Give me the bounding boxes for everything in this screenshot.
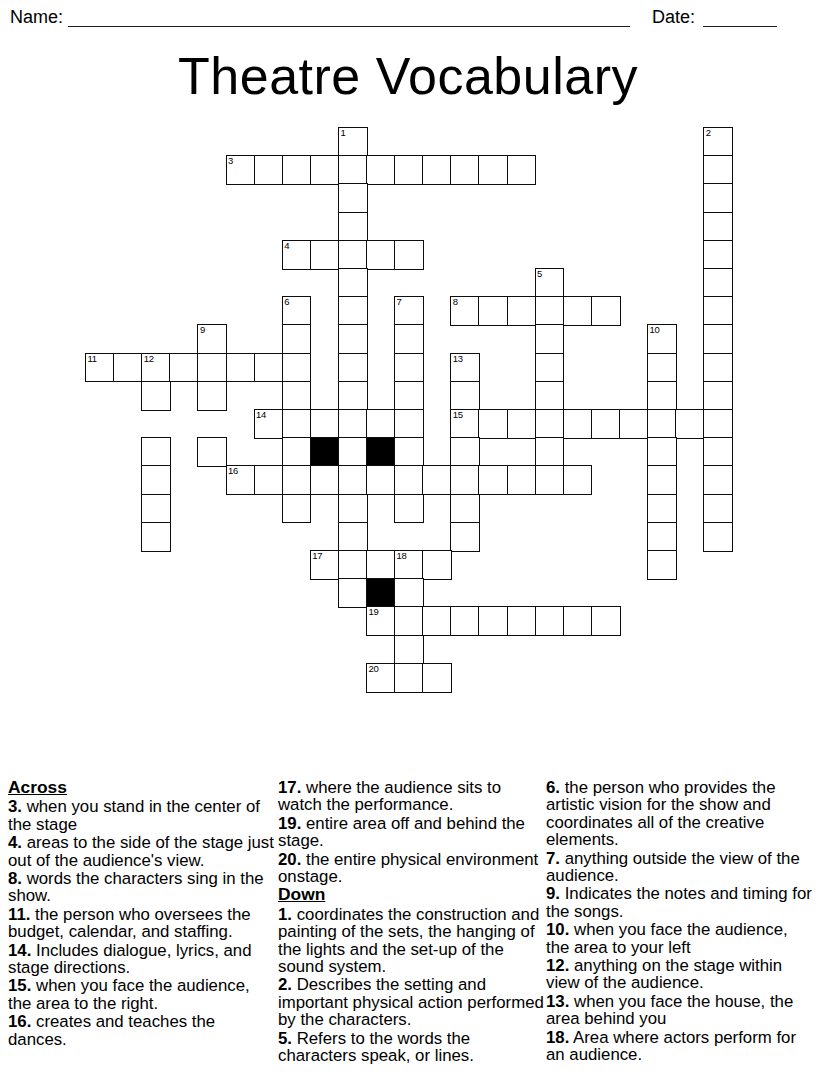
cell-number-11: 11 (88, 354, 97, 364)
cell-number-5: 5 (537, 269, 542, 279)
black-cell-r16c10 (366, 578, 396, 608)
down-clue-6: 6. the person who provides the artistic … (546, 779, 814, 849)
grid-cell-r8c7[interactable] (282, 353, 312, 383)
grid-cell-r10c16[interactable] (535, 409, 565, 439)
grid-cell-r10c15[interactable] (507, 409, 537, 439)
grid-cell-r17c16[interactable] (535, 606, 565, 636)
grid-cell-r13c7[interactable] (282, 494, 312, 524)
grid-cell-r12c9[interactable] (338, 465, 368, 495)
clue-column-1: Across3. when you stand in the center of… (8, 779, 276, 1049)
grid-cell-r11c11[interactable] (394, 437, 424, 467)
grid-cell-r8c2[interactable]: 12 (141, 353, 171, 383)
grid-cell-r11c22[interactable] (703, 437, 733, 467)
grid-cell-r7c9[interactable] (338, 324, 368, 354)
grid-cell-r12c16[interactable] (535, 465, 565, 495)
cell-number-19: 19 (369, 607, 379, 617)
grid-cell-r16c9[interactable] (338, 578, 368, 608)
grid-cell-r10c8[interactable] (310, 409, 340, 439)
grid-cell-r9c4[interactable] (197, 381, 227, 411)
cell-number-8: 8 (453, 297, 458, 307)
grid-cell-r10c9[interactable] (338, 409, 368, 439)
cell-number-7: 7 (397, 297, 402, 307)
across-clue-16: 16. creates and teaches the dances. (8, 1013, 276, 1048)
grid-cell-r8c11[interactable] (394, 353, 424, 383)
grid-cell-r1c7[interactable] (282, 155, 312, 185)
grid-cell-r13c22[interactable] (703, 494, 733, 524)
cell-number-9: 9 (200, 325, 205, 335)
grid-cell-r13c20[interactable] (647, 494, 677, 524)
grid-cell-r10c20[interactable] (647, 409, 677, 439)
cell-number-4: 4 (284, 241, 289, 251)
across-header: Across (8, 779, 276, 796)
page-title: Theatre Vocabulary (0, 50, 816, 102)
cell-number-17: 17 (312, 551, 322, 561)
black-cell-r11c8 (310, 437, 340, 467)
across-clue-15: 15. when you face the audience, the area… (8, 977, 276, 1012)
grid-cell-r10c10[interactable] (366, 409, 396, 439)
grid-cell-r10c6[interactable]: 14 (254, 409, 284, 439)
grid-cell-r5c16[interactable]: 5 (535, 268, 565, 298)
grid-cell-r7c20[interactable]: 10 (647, 324, 677, 354)
grid-cell-r9c16[interactable] (535, 381, 565, 411)
grid-cell-r11c7[interactable] (282, 437, 312, 467)
cell-number-6: 6 (284, 297, 289, 307)
grid-cell-r9c11[interactable] (394, 381, 424, 411)
grid-cell-r14c22[interactable] (703, 522, 733, 552)
down-clue-13: 13. when you face the house, the area be… (546, 993, 814, 1028)
grid-cell-r7c16[interactable] (535, 324, 565, 354)
grid-cell-r10c22[interactable] (703, 409, 733, 439)
across-clue-14: 14. Includes dialogue, lyrics, and stage… (8, 942, 276, 977)
grid-cell-r14c20[interactable] (647, 522, 677, 552)
grid-cell-r12c22[interactable] (703, 465, 733, 495)
grid-cell-r10c18[interactable] (591, 409, 621, 439)
grid-cell-r14c13[interactable] (450, 522, 480, 552)
name-label: Name: (10, 7, 63, 27)
grid-cell-r7c7[interactable] (282, 324, 312, 354)
grid-cell-r11c2[interactable] (141, 437, 171, 467)
cell-number-2: 2 (706, 128, 711, 138)
grid-cell-r16c11[interactable] (394, 578, 424, 608)
cell-number-3: 3 (228, 156, 233, 166)
across-clue-20: 20. the entire physical environment onst… (278, 851, 546, 886)
grid-cell-r7c11[interactable] (394, 324, 424, 354)
grid-cell-r0c22[interactable]: 2 (703, 127, 733, 157)
grid-cell-r10c13[interactable]: 15 (450, 409, 480, 439)
grid-cell-r12c5[interactable]: 16 (226, 465, 256, 495)
grid-cell-r11c13[interactable] (450, 437, 480, 467)
grid-cell-r17c15[interactable] (507, 606, 537, 636)
cell-number-14: 14 (256, 410, 266, 420)
grid-cell-r15c12[interactable] (422, 550, 452, 580)
grid-cell-r12c14[interactable] (478, 465, 508, 495)
grid-cell-r19c11[interactable] (394, 663, 424, 693)
grid-cell-r12c12[interactable] (422, 465, 452, 495)
grid-cell-r11c4[interactable] (197, 437, 227, 467)
cell-number-13: 13 (453, 354, 463, 364)
across-clue-11: 11. the person who oversees the budget, … (8, 906, 276, 941)
grid-cell-r8c13[interactable]: 13 (450, 353, 480, 383)
grid-cell-r8c5[interactable] (226, 353, 256, 383)
grid-cell-r1c6[interactable] (254, 155, 284, 185)
grid-cell-r15c10[interactable] (366, 550, 396, 580)
grid-cell-r17c14[interactable] (478, 606, 508, 636)
grid-cell-r13c9[interactable] (338, 494, 368, 524)
grid-cell-r14c2[interactable] (141, 522, 171, 552)
down-clue-7: 7. anything outside the view of the audi… (546, 850, 814, 885)
grid-cell-r8c3[interactable] (169, 353, 199, 383)
grid-cell-r4c7[interactable]: 4 (282, 240, 312, 270)
grid-cell-r13c13[interactable] (450, 494, 480, 524)
down-clue-18: 18. Area where actors perform for an aud… (546, 1029, 814, 1064)
grid-cell-r15c9[interactable] (338, 550, 368, 580)
grid-cell-r17c10[interactable]: 19 (366, 606, 396, 636)
grid-cell-r1c22[interactable] (703, 155, 733, 185)
grid-cell-r9c20[interactable] (647, 381, 677, 411)
grid-cell-r15c8[interactable]: 17 (310, 550, 340, 580)
grid-cell-r12c7[interactable] (282, 465, 312, 495)
grid-cell-r2c9[interactable] (338, 183, 368, 213)
grid-cell-r4c22[interactable] (703, 240, 733, 270)
crossword-grid: 1234567891011121314151617181920 (85, 127, 733, 693)
grid-cell-r8c20[interactable] (647, 353, 677, 383)
grid-cell-r12c6[interactable] (254, 465, 284, 495)
grid-cell-r8c0[interactable]: 11 (85, 353, 115, 383)
grid-cell-r12c8[interactable] (310, 465, 340, 495)
grid-cell-r14c9[interactable] (338, 522, 368, 552)
down-clue-5: 5. Refers to the words the characters sp… (278, 1030, 546, 1065)
down-clue-9: 9. Indicates the notes and timing for th… (546, 885, 814, 920)
date-label: Date: (652, 7, 695, 27)
cell-number-15: 15 (453, 410, 463, 420)
grid-cell-r6c15[interactable] (507, 296, 537, 326)
grid-cell-r15c11[interactable]: 18 (394, 550, 424, 580)
grid-cell-r3c9[interactable] (338, 212, 368, 242)
grid-cell-r2c22[interactable] (703, 183, 733, 213)
across-clue-19: 19. entire area off and behind the stage… (278, 815, 546, 850)
grid-cell-r1c5[interactable]: 3 (226, 155, 256, 185)
grid-cell-r1c11[interactable] (394, 155, 424, 185)
grid-cell-r8c6[interactable] (254, 353, 284, 383)
grid-cell-r6c9[interactable] (338, 296, 368, 326)
grid-cell-r0c9[interactable]: 1 (338, 127, 368, 157)
grid-cell-r4c8[interactable] (310, 240, 340, 270)
grid-cell-r1c8[interactable] (310, 155, 340, 185)
grid-cell-r11c16[interactable] (535, 437, 565, 467)
down-clue-1: 1. coordinates the construction and pain… (278, 906, 546, 976)
grid-cell-r19c12[interactable] (422, 663, 452, 693)
grid-cell-r12c15[interactable] (507, 465, 537, 495)
grid-cell-r17c12[interactable] (422, 606, 452, 636)
grid-cell-r1c12[interactable] (422, 155, 452, 185)
grid-cell-r1c14[interactable] (478, 155, 508, 185)
across-clue-3: 3. when you stand in the center of the s… (8, 798, 276, 833)
grid-cell-r18c11[interactable] (394, 635, 424, 665)
cell-number-1: 1 (340, 128, 345, 138)
grid-cell-r7c4[interactable]: 9 (197, 324, 227, 354)
grid-cell-r6c18[interactable] (591, 296, 621, 326)
grid-cell-r12c10[interactable] (366, 465, 396, 495)
grid-cell-r9c9[interactable] (338, 381, 368, 411)
grid-cell-r10c14[interactable] (478, 409, 508, 439)
grid-cell-r8c16[interactable] (535, 353, 565, 383)
down-clue-10: 10. when you face the audience, the area… (546, 921, 814, 956)
grid-cell-r4c11[interactable] (394, 240, 424, 270)
clue-column-3: 6. the person who provides the artistic … (546, 779, 814, 1065)
down-header: Down (278, 886, 546, 903)
grid-cell-r6c14[interactable] (478, 296, 508, 326)
cell-number-12: 12 (144, 354, 154, 364)
grid-cell-r8c22[interactable] (703, 353, 733, 383)
grid-cell-r10c21[interactable] (675, 409, 705, 439)
grid-cell-r6c22[interactable] (703, 296, 733, 326)
across-clue-17: 17. where the audience sits to watch the… (278, 779, 546, 814)
across-clue-4: 4. areas to the side of the stage just o… (8, 834, 276, 869)
grid-cell-r10c17[interactable] (563, 409, 593, 439)
grid-cell-r10c7[interactable] (282, 409, 312, 439)
grid-cell-r13c11[interactable] (394, 494, 424, 524)
cell-number-16: 16 (228, 466, 238, 476)
grid-cell-r4c10[interactable] (366, 240, 396, 270)
grid-cell-r9c7[interactable] (282, 381, 312, 411)
grid-cell-r10c19[interactable] (619, 409, 649, 439)
grid-cell-r11c20[interactable] (647, 437, 677, 467)
grid-cell-r4c9[interactable] (338, 240, 368, 270)
grid-cell-r3c22[interactable] (703, 212, 733, 242)
name-input-line[interactable] (68, 7, 630, 27)
worksheet-page: Name: Date: Theatre Vocabulary 123456789… (0, 0, 816, 1083)
grid-cell-r6c7[interactable]: 6 (282, 296, 312, 326)
grid-cell-r11c9[interactable] (338, 437, 368, 467)
grid-cell-r8c9[interactable] (338, 353, 368, 383)
down-clue-2: 2. Describes the setting and important p… (278, 976, 546, 1028)
grid-cell-r12c17[interactable] (563, 465, 593, 495)
grid-cell-r12c13[interactable] (450, 465, 480, 495)
grid-cell-r5c22[interactable] (703, 268, 733, 298)
grid-cell-r6c11[interactable]: 7 (394, 296, 424, 326)
grid-cell-r6c16[interactable] (535, 296, 565, 326)
grid-cell-r10c11[interactable] (394, 409, 424, 439)
grid-cell-r12c2[interactable] (141, 465, 171, 495)
cell-number-20: 20 (369, 664, 379, 674)
clue-column-2: 17. where the audience sits to watch the… (278, 779, 546, 1066)
grid-cell-r12c20[interactable] (647, 465, 677, 495)
cell-number-18: 18 (397, 551, 407, 561)
cell-number-10: 10 (650, 325, 660, 335)
grid-cell-r6c17[interactable] (563, 296, 593, 326)
grid-cell-r8c1[interactable] (113, 353, 143, 383)
grid-cell-r1c10[interactable] (366, 155, 396, 185)
grid-cell-r9c13[interactable] (450, 381, 480, 411)
down-clue-12: 12. anything on the stage within view of… (546, 957, 814, 992)
grid-cell-r1c9[interactable] (338, 155, 368, 185)
date-input-line[interactable] (703, 7, 777, 27)
grid-cell-r5c9[interactable] (338, 268, 368, 298)
grid-cell-r1c13[interactable] (450, 155, 480, 185)
across-clue-8: 8. words the characters sing in the show… (8, 870, 276, 905)
grid-cell-r7c22[interactable] (703, 324, 733, 354)
grid-cell-r17c18[interactable] (591, 606, 621, 636)
grid-cell-r19c10[interactable]: 20 (366, 663, 396, 693)
grid-cell-r12c11[interactable] (394, 465, 424, 495)
grid-cell-r9c2[interactable] (141, 381, 171, 411)
grid-cell-r17c11[interactable] (394, 606, 424, 636)
grid-cell-r6c13[interactable]: 8 (450, 296, 480, 326)
grid-cell-r8c4[interactable] (197, 353, 227, 383)
grid-cell-r17c13[interactable] (450, 606, 480, 636)
grid-cell-r13c2[interactable] (141, 494, 171, 524)
grid-cell-r17c17[interactable] (563, 606, 593, 636)
grid-cell-r9c22[interactable] (703, 381, 733, 411)
grid-cell-r15c20[interactable] (647, 550, 677, 580)
black-cell-r11c10 (366, 437, 396, 467)
grid-cell-r1c15[interactable] (507, 155, 537, 185)
